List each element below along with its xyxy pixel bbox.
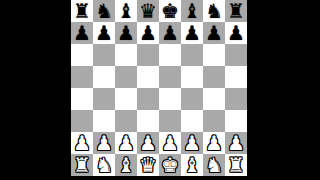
square-a8[interactable]: ♜ [71,0,93,22]
square-c2[interactable]: ♟ [115,132,137,154]
square-a5[interactable] [71,66,93,88]
piece-white-pawn[interactable]: ♟ [161,132,179,154]
piece-black-pawn[interactable]: ♟ [205,22,223,44]
square-g8[interactable]: ♞ [203,0,225,22]
piece-white-pawn[interactable]: ♟ [95,132,113,154]
piece-black-bishop[interactable]: ♝ [183,0,201,22]
piece-black-pawn[interactable]: ♟ [117,22,135,44]
piece-black-knight[interactable]: ♞ [205,0,223,22]
square-f4[interactable] [181,88,203,110]
square-b3[interactable] [93,110,115,132]
square-g2[interactable]: ♟ [203,132,225,154]
square-f5[interactable] [181,66,203,88]
square-b1[interactable]: ♞ [93,154,115,176]
square-b5[interactable] [93,66,115,88]
square-b4[interactable] [93,88,115,110]
square-h8[interactable]: ♜ [225,0,247,22]
square-d1[interactable]: ♛ [137,154,159,176]
piece-black-pawn[interactable]: ♟ [161,22,179,44]
square-d8[interactable]: ♛ [137,0,159,22]
square-d3[interactable] [137,110,159,132]
piece-black-rook[interactable]: ♜ [227,0,245,22]
square-a7[interactable]: ♟ [71,22,93,44]
piece-white-king[interactable]: ♚ [161,154,179,176]
square-f7[interactable]: ♟ [181,22,203,44]
piece-black-pawn[interactable]: ♟ [227,22,245,44]
page-background: ♜♞♝♛♚♝♞♜♟♟♟♟♟♟♟♟♟♟♟♟♟♟♟♟♜♞♝♛♚♝♞♜ [0,0,320,180]
square-a2[interactable]: ♟ [71,132,93,154]
square-c7[interactable]: ♟ [115,22,137,44]
square-a1[interactable]: ♜ [71,154,93,176]
piece-white-knight[interactable]: ♞ [205,154,223,176]
piece-black-pawn[interactable]: ♟ [183,22,201,44]
square-d2[interactable]: ♟ [137,132,159,154]
piece-white-pawn[interactable]: ♟ [183,132,201,154]
square-b6[interactable] [93,44,115,66]
square-a4[interactable] [71,88,93,110]
square-g5[interactable] [203,66,225,88]
square-e2[interactable]: ♟ [159,132,181,154]
square-d6[interactable] [137,44,159,66]
square-f8[interactable]: ♝ [181,0,203,22]
square-h5[interactable] [225,66,247,88]
square-h7[interactable]: ♟ [225,22,247,44]
square-d7[interactable]: ♟ [137,22,159,44]
square-c5[interactable] [115,66,137,88]
square-h3[interactable] [225,110,247,132]
piece-black-knight[interactable]: ♞ [95,0,113,22]
square-b7[interactable]: ♟ [93,22,115,44]
chess-board: ♜♞♝♛♚♝♞♜♟♟♟♟♟♟♟♟♟♟♟♟♟♟♟♟♜♞♝♛♚♝♞♜ [71,0,247,177]
square-h1[interactable]: ♜ [225,154,247,176]
square-g1[interactable]: ♞ [203,154,225,176]
piece-black-king[interactable]: ♚ [161,0,179,22]
piece-black-rook[interactable]: ♜ [73,0,91,22]
square-a6[interactable] [71,44,93,66]
square-e4[interactable] [159,88,181,110]
piece-white-pawn[interactable]: ♟ [205,132,223,154]
piece-white-rook[interactable]: ♜ [73,154,91,176]
square-c3[interactable] [115,110,137,132]
square-d4[interactable] [137,88,159,110]
square-e5[interactable] [159,66,181,88]
square-f6[interactable] [181,44,203,66]
square-h4[interactable] [225,88,247,110]
square-c4[interactable] [115,88,137,110]
piece-black-pawn[interactable]: ♟ [95,22,113,44]
square-c8[interactable]: ♝ [115,0,137,22]
square-h6[interactable] [225,44,247,66]
piece-white-knight[interactable]: ♞ [95,154,113,176]
square-d5[interactable] [137,66,159,88]
square-e1[interactable]: ♚ [159,154,181,176]
square-e3[interactable] [159,110,181,132]
square-b2[interactable]: ♟ [93,132,115,154]
square-g6[interactable] [203,44,225,66]
square-e8[interactable]: ♚ [159,0,181,22]
piece-black-queen[interactable]: ♛ [139,0,157,22]
piece-black-bishop[interactable]: ♝ [117,0,135,22]
square-h2[interactable]: ♟ [225,132,247,154]
piece-white-bishop[interactable]: ♝ [183,154,201,176]
square-g4[interactable] [203,88,225,110]
piece-black-pawn[interactable]: ♟ [73,22,91,44]
square-f3[interactable] [181,110,203,132]
square-c1[interactable]: ♝ [115,154,137,176]
square-b8[interactable]: ♞ [93,0,115,22]
piece-white-pawn[interactable]: ♟ [139,132,157,154]
piece-white-queen[interactable]: ♛ [139,154,157,176]
square-c6[interactable] [115,44,137,66]
piece-white-pawn[interactable]: ♟ [117,132,135,154]
piece-black-pawn[interactable]: ♟ [139,22,157,44]
square-e7[interactable]: ♟ [159,22,181,44]
piece-white-bishop[interactable]: ♝ [117,154,135,176]
square-f2[interactable]: ♟ [181,132,203,154]
piece-white-pawn[interactable]: ♟ [227,132,245,154]
square-e6[interactable] [159,44,181,66]
piece-white-rook[interactable]: ♜ [227,154,245,176]
square-g3[interactable] [203,110,225,132]
square-f1[interactable]: ♝ [181,154,203,176]
square-a3[interactable] [71,110,93,132]
piece-white-pawn[interactable]: ♟ [73,132,91,154]
square-g7[interactable]: ♟ [203,22,225,44]
